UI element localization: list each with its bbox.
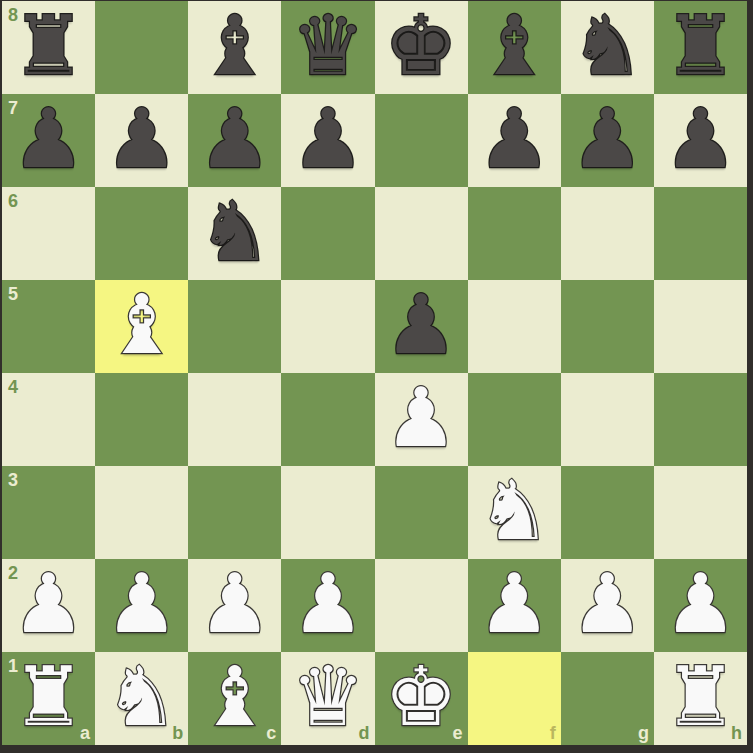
square-f7[interactable]: ♟: [468, 94, 561, 187]
square-f1[interactable]: f: [468, 652, 561, 745]
square-f6[interactable]: [468, 187, 561, 280]
file-label-f: f: [550, 724, 556, 742]
square-d7[interactable]: ♟: [281, 94, 374, 187]
black-knight[interactable]: ♞: [571, 5, 645, 87]
square-a6[interactable]: 6: [2, 187, 95, 280]
square-e8[interactable]: ♚: [375, 1, 468, 94]
rank-label-4: 4: [8, 378, 18, 396]
square-c1[interactable]: c♝: [188, 652, 281, 745]
black-knight[interactable]: ♞: [198, 191, 272, 273]
file-label-g: g: [638, 724, 649, 742]
square-f8[interactable]: ♝: [468, 1, 561, 94]
square-h2[interactable]: ♟: [654, 559, 747, 652]
white-queen[interactable]: ♛: [291, 656, 365, 738]
black-pawn[interactable]: ♟: [664, 98, 738, 180]
black-bishop[interactable]: ♝: [477, 5, 551, 87]
white-knight[interactable]: ♞: [105, 656, 179, 738]
square-b3[interactable]: [95, 466, 188, 559]
square-a8[interactable]: 8♜: [2, 1, 95, 94]
square-e3[interactable]: [375, 466, 468, 559]
square-c5[interactable]: [188, 280, 281, 373]
black-rook[interactable]: ♜: [664, 5, 738, 87]
white-pawn[interactable]: ♟: [384, 377, 458, 459]
black-pawn[interactable]: ♟: [477, 98, 551, 180]
square-h6[interactable]: [654, 187, 747, 280]
white-pawn[interactable]: ♟: [291, 563, 365, 645]
square-d6[interactable]: [281, 187, 374, 280]
rank-label-3: 3: [8, 471, 18, 489]
square-b8[interactable]: [95, 1, 188, 94]
white-bishop[interactable]: ♝: [105, 284, 179, 366]
square-e7[interactable]: [375, 94, 468, 187]
black-pawn[interactable]: ♟: [12, 98, 86, 180]
white-pawn[interactable]: ♟: [664, 563, 738, 645]
square-b2[interactable]: ♟: [95, 559, 188, 652]
square-e4[interactable]: ♟: [375, 373, 468, 466]
white-rook[interactable]: ♜: [664, 656, 738, 738]
square-g1[interactable]: g: [561, 652, 654, 745]
square-e2[interactable]: [375, 559, 468, 652]
square-a7[interactable]: 7♟: [2, 94, 95, 187]
square-b5[interactable]: ♝: [95, 280, 188, 373]
black-pawn[interactable]: ♟: [291, 98, 365, 180]
square-c6[interactable]: ♞: [188, 187, 281, 280]
black-bishop[interactable]: ♝: [198, 5, 272, 87]
square-d2[interactable]: ♟: [281, 559, 374, 652]
square-f5[interactable]: [468, 280, 561, 373]
chess-board: 8♜♝♛♚♝♞♜7♟♟♟♟♟♟♟6♞5♝♟4♟3♞2♟♟♟♟♟♟♟1a♜b♞c♝…: [2, 1, 747, 745]
black-pawn[interactable]: ♟: [571, 98, 645, 180]
square-f2[interactable]: ♟: [468, 559, 561, 652]
black-pawn[interactable]: ♟: [105, 98, 179, 180]
white-pawn[interactable]: ♟: [12, 563, 86, 645]
square-c3[interactable]: [188, 466, 281, 559]
square-g6[interactable]: [561, 187, 654, 280]
square-h3[interactable]: [654, 466, 747, 559]
rank-label-5: 5: [8, 285, 18, 303]
white-knight[interactable]: ♞: [477, 470, 551, 552]
square-e6[interactable]: [375, 187, 468, 280]
square-c4[interactable]: [188, 373, 281, 466]
white-pawn[interactable]: ♟: [105, 563, 179, 645]
square-b7[interactable]: ♟: [95, 94, 188, 187]
square-g7[interactable]: ♟: [561, 94, 654, 187]
square-a2[interactable]: 2♟: [2, 559, 95, 652]
square-g5[interactable]: [561, 280, 654, 373]
square-e1[interactable]: e♚: [375, 652, 468, 745]
square-a5[interactable]: 5: [2, 280, 95, 373]
black-king[interactable]: ♚: [384, 5, 458, 87]
white-pawn[interactable]: ♟: [477, 563, 551, 645]
square-h5[interactable]: [654, 280, 747, 373]
black-pawn[interactable]: ♟: [198, 98, 272, 180]
square-a4[interactable]: 4: [2, 373, 95, 466]
white-pawn[interactable]: ♟: [571, 563, 645, 645]
white-pawn[interactable]: ♟: [198, 563, 272, 645]
square-d3[interactable]: [281, 466, 374, 559]
square-h8[interactable]: ♜: [654, 1, 747, 94]
square-a3[interactable]: 3: [2, 466, 95, 559]
white-rook[interactable]: ♜: [12, 656, 86, 738]
black-queen[interactable]: ♛: [291, 5, 365, 87]
square-d5[interactable]: [281, 280, 374, 373]
square-g3[interactable]: [561, 466, 654, 559]
square-d4[interactable]: [281, 373, 374, 466]
square-g4[interactable]: [561, 373, 654, 466]
square-d1[interactable]: d♛: [281, 652, 374, 745]
square-c2[interactable]: ♟: [188, 559, 281, 652]
square-b4[interactable]: [95, 373, 188, 466]
square-b6[interactable]: [95, 187, 188, 280]
square-d8[interactable]: ♛: [281, 1, 374, 94]
square-c8[interactable]: ♝: [188, 1, 281, 94]
square-h1[interactable]: h♜: [654, 652, 747, 745]
square-g2[interactable]: ♟: [561, 559, 654, 652]
square-c7[interactable]: ♟: [188, 94, 281, 187]
square-b1[interactable]: b♞: [95, 652, 188, 745]
square-h4[interactable]: [654, 373, 747, 466]
white-bishop[interactable]: ♝: [198, 656, 272, 738]
square-h7[interactable]: ♟: [654, 94, 747, 187]
black-pawn[interactable]: ♟: [384, 284, 458, 366]
rank-label-6: 6: [8, 192, 18, 210]
square-a1[interactable]: 1a♜: [2, 652, 95, 745]
square-e5[interactable]: ♟: [375, 280, 468, 373]
black-rook[interactable]: ♜: [12, 5, 86, 87]
square-f4[interactable]: [468, 373, 561, 466]
white-king[interactable]: ♚: [384, 656, 458, 738]
square-g8[interactable]: ♞: [561, 1, 654, 94]
chess-app-background: { "game": "chess", "position": { "fen": …: [0, 0, 753, 753]
square-f3[interactable]: ♞: [468, 466, 561, 559]
